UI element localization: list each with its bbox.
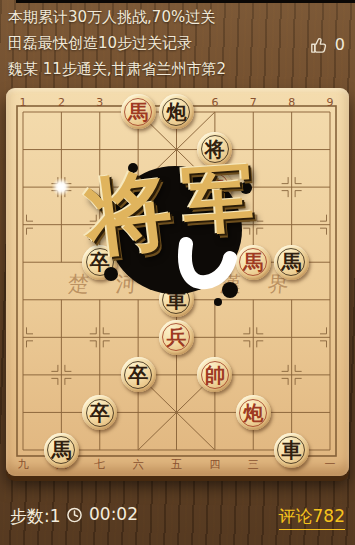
piece-label: 馬 <box>128 102 148 122</box>
bottom-bar: 步数:1 00:02 评论782 <box>0 500 355 545</box>
clock-icon <box>66 506 83 523</box>
app-screen: 本期累计30万人挑战,70%过关 田磊最快创造10步过关记录 魏某 11步通关,… <box>0 0 355 545</box>
piece-label: 馬 <box>243 252 263 272</box>
piece-label: 卒 <box>128 365 148 385</box>
piece-label: 車 <box>281 440 301 460</box>
piece-red-帥[interactable]: 帥 <box>196 356 234 394</box>
piece-disc[interactable]: 車 <box>197 169 232 204</box>
challenge-stats-text: 本期累计30万人挑战,70%过关 <box>8 8 215 27</box>
piece-red-馬[interactable]: 馬 <box>119 93 157 131</box>
piece-disc[interactable]: 卒 <box>121 357 156 392</box>
piece-disc[interactable]: 炮 <box>197 245 232 280</box>
piece-disc[interactable]: 馬 <box>236 245 271 280</box>
timer: 00:02 <box>66 504 138 524</box>
piece-label: 馬 <box>281 252 301 272</box>
piece-label: 将 <box>205 139 225 159</box>
piece-black-車[interactable]: 車 <box>157 281 195 319</box>
piece-red-車[interactable]: 車 <box>196 168 234 206</box>
piece-black-馬[interactable]: 馬 <box>272 243 310 281</box>
piece-label: 兵 <box>128 252 148 272</box>
piece-red-炮[interactable]: 炮 <box>196 243 234 281</box>
step-counter: 步数:1 <box>10 505 61 528</box>
piece-black-卒[interactable]: 卒 <box>81 394 119 432</box>
piece-label: 炮 <box>166 102 186 122</box>
piece-black-卒[interactable]: 卒 <box>119 356 157 394</box>
piece-grid: 馬炮将車卒兵炮馬馬車兵卒帥卒炮馬車 <box>4 93 349 469</box>
latest-pass-text: 魏某 11步通关,甘肃省兰州市第2 <box>8 60 226 79</box>
record-holder-text: 田磊最快创造10步过关记录 <box>8 34 192 53</box>
piece-disc[interactable]: 将 <box>197 132 232 167</box>
piece-label: 帥 <box>205 365 225 385</box>
piece-red-炮[interactable]: 炮 <box>234 394 272 432</box>
thumbs-up-icon[interactable] <box>310 36 328 54</box>
piece-label: 卒 <box>90 403 110 423</box>
piece-disc[interactable]: 車 <box>159 282 194 317</box>
piece-disc[interactable]: 帥 <box>197 357 232 392</box>
piece-label: 炮 <box>243 403 263 423</box>
piece-label: 兵 <box>166 327 186 347</box>
piece-disc[interactable]: 卒 <box>82 395 117 430</box>
piece-black-馬[interactable]: 馬 <box>42 431 80 469</box>
like-count: 0 <box>335 35 345 54</box>
piece-label: 卒 <box>90 252 110 272</box>
piece-disc[interactable]: 炮 <box>159 94 194 129</box>
piece-disc[interactable]: 馬 <box>274 245 309 280</box>
piece-disc[interactable]: 馬 <box>44 433 79 468</box>
piece-red-兵[interactable]: 兵 <box>119 243 157 281</box>
piece-disc[interactable]: 兵 <box>121 245 156 280</box>
piece-label: 馬 <box>51 440 71 460</box>
timer-value: 00:02 <box>89 504 138 524</box>
piece-black-車[interactable]: 車 <box>272 431 310 469</box>
piece-disc[interactable]: 炮 <box>236 395 271 430</box>
piece-red-兵[interactable]: 兵 <box>157 319 195 357</box>
comments-link[interactable]: 评论782 <box>279 505 345 530</box>
like-button[interactable]: 0 <box>310 35 345 54</box>
piece-label: 炮 <box>205 252 225 272</box>
piece-disc[interactable]: 兵 <box>159 320 194 355</box>
piece-black-将[interactable]: 将 <box>196 131 234 169</box>
piece-red-馬[interactable]: 馬 <box>234 243 272 281</box>
piece-disc[interactable]: 車 <box>274 433 309 468</box>
last-move-marker <box>42 168 80 206</box>
top-strip <box>16 0 355 3</box>
piece-label: 車 <box>205 177 225 197</box>
piece-label: 車 <box>166 290 186 310</box>
piece-disc[interactable]: 馬 <box>121 94 156 129</box>
piece-black-炮[interactable]: 炮 <box>157 93 195 131</box>
piece-black-卒[interactable]: 卒 <box>81 243 119 281</box>
piece-disc[interactable]: 卒 <box>82 245 117 280</box>
